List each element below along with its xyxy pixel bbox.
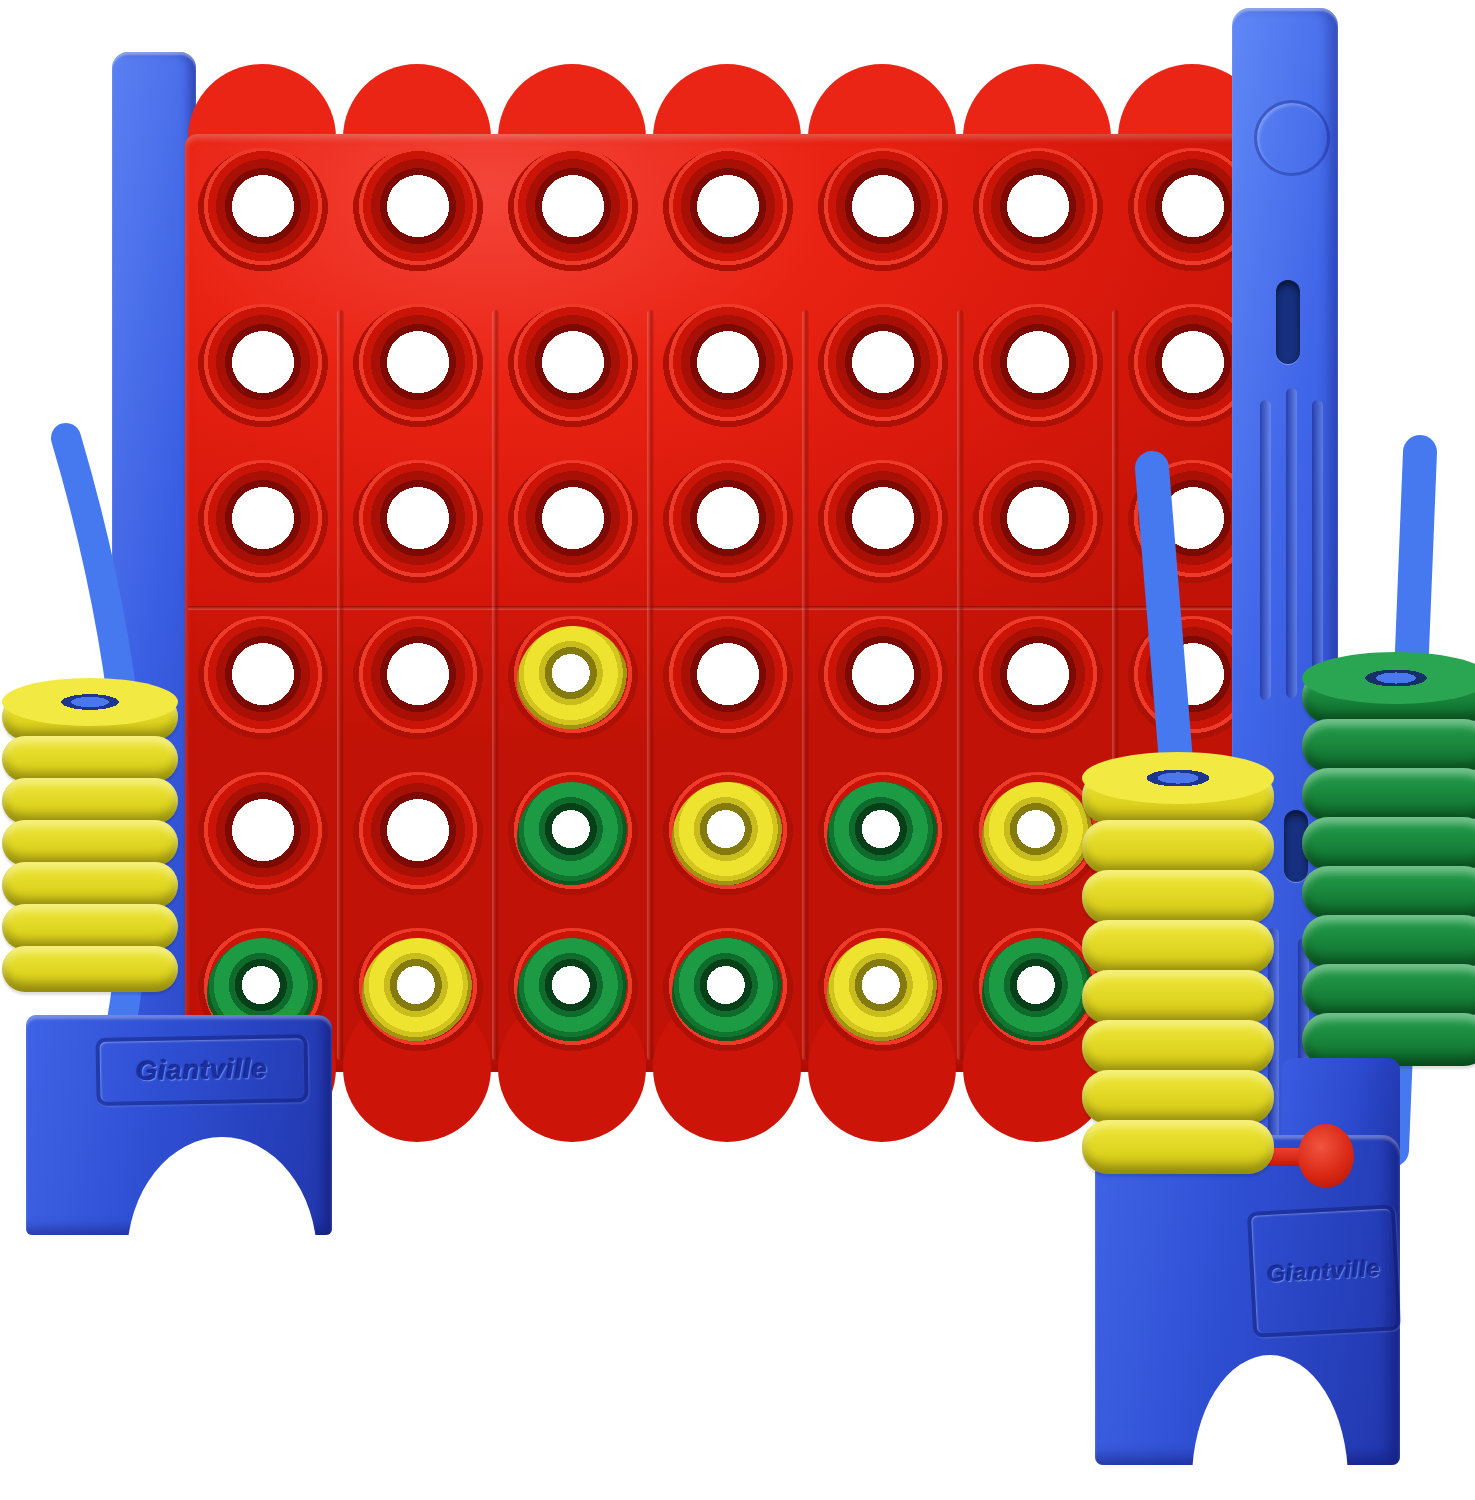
product-photo-giant-connect-four: Giantville Giantville — [0, 0, 1475, 1500]
yellow-disc-stack-left — [2, 678, 178, 992]
yellow-stacked-disc — [2, 946, 178, 992]
green-stacked-disc — [1302, 719, 1475, 772]
left-leg-brand-plate: Giantville — [95, 1034, 308, 1106]
yellow-stacked-disc — [1082, 1120, 1274, 1174]
yellow-stacked-disc — [2, 820, 178, 866]
yellow-stack-top-face — [1082, 752, 1274, 804]
green-stacked-disc — [1302, 866, 1475, 919]
release-pin-knob — [1298, 1124, 1354, 1188]
green-stacked-disc — [1302, 817, 1475, 870]
brand-logo-left: Giantville — [136, 1053, 268, 1086]
yellow-stacked-disc — [2, 778, 178, 824]
yellow-stacked-disc — [1082, 820, 1274, 874]
brand-logo-right: Giantville — [1267, 1255, 1382, 1288]
yellow-stacked-disc — [1082, 1070, 1274, 1124]
yellow-stack-top-face — [2, 678, 178, 726]
green-stacked-disc — [1302, 768, 1475, 821]
yellow-stacked-disc — [1082, 1020, 1274, 1074]
green-stacked-disc — [1302, 915, 1475, 968]
yellow-stacked-disc — [2, 904, 178, 950]
green-stack-top-face — [1302, 652, 1475, 704]
yellow-stacked-disc — [1082, 920, 1274, 974]
yellow-stacked-disc — [1082, 970, 1274, 1024]
left-leg-arch-cutout — [127, 1137, 317, 1377]
yellow-stacked-disc — [1082, 870, 1274, 924]
yellow-stacked-disc — [2, 862, 178, 908]
yellow-stacked-disc — [2, 736, 178, 782]
yellow-disc-stack-right — [1082, 752, 1274, 1174]
right-leg-brand-plate: Giantville — [1247, 1204, 1401, 1338]
green-stacked-disc — [1302, 964, 1475, 1017]
green-disc-stack — [1302, 652, 1475, 1066]
